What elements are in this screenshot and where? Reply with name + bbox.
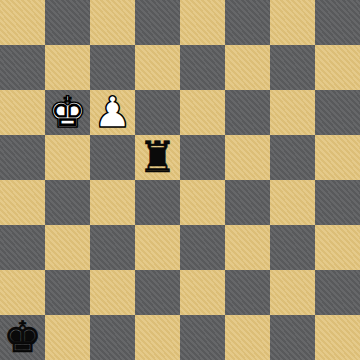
square-b2[interactable] (45, 270, 90, 315)
square-b1[interactable] (45, 315, 90, 360)
square-d7[interactable] (135, 45, 180, 90)
white-king[interactable]: ♚ (48, 90, 87, 135)
square-g7[interactable] (270, 45, 315, 90)
square-a4[interactable] (0, 180, 45, 225)
square-c5[interactable] (90, 135, 135, 180)
square-g3[interactable] (270, 225, 315, 270)
square-c8[interactable] (90, 0, 135, 45)
square-e6[interactable] (180, 90, 225, 135)
square-h5[interactable] (315, 135, 360, 180)
square-g1[interactable] (270, 315, 315, 360)
square-a2[interactable] (0, 270, 45, 315)
square-h8[interactable] (315, 0, 360, 45)
square-d6[interactable] (135, 90, 180, 135)
square-a3[interactable] (0, 225, 45, 270)
square-a8[interactable] (0, 0, 45, 45)
square-e5[interactable] (180, 135, 225, 180)
square-f1[interactable] (225, 315, 270, 360)
black-rook[interactable]: ♜ (138, 135, 177, 180)
black-king[interactable]: ♚ (3, 315, 42, 360)
square-b3[interactable] (45, 225, 90, 270)
square-b6[interactable]: ♚ (45, 90, 90, 135)
square-c1[interactable] (90, 315, 135, 360)
square-g5[interactable] (270, 135, 315, 180)
square-a7[interactable] (0, 45, 45, 90)
square-a5[interactable] (0, 135, 45, 180)
square-d8[interactable] (135, 0, 180, 45)
square-h4[interactable] (315, 180, 360, 225)
square-f5[interactable] (225, 135, 270, 180)
square-h1[interactable] (315, 315, 360, 360)
square-h7[interactable] (315, 45, 360, 90)
square-a1[interactable]: ♚ (0, 315, 45, 360)
square-d5[interactable]: ♜ (135, 135, 180, 180)
square-b5[interactable] (45, 135, 90, 180)
square-e1[interactable] (180, 315, 225, 360)
square-g2[interactable] (270, 270, 315, 315)
square-a6[interactable] (0, 90, 45, 135)
square-g8[interactable] (270, 0, 315, 45)
square-h3[interactable] (315, 225, 360, 270)
square-d2[interactable] (135, 270, 180, 315)
white-pawn[interactable]: ♟ (93, 90, 132, 135)
square-b7[interactable] (45, 45, 90, 90)
square-e3[interactable] (180, 225, 225, 270)
square-e7[interactable] (180, 45, 225, 90)
square-d1[interactable] (135, 315, 180, 360)
square-e8[interactable] (180, 0, 225, 45)
square-b8[interactable] (45, 0, 90, 45)
square-d3[interactable] (135, 225, 180, 270)
square-c6[interactable]: ♟ (90, 90, 135, 135)
square-e2[interactable] (180, 270, 225, 315)
square-d4[interactable] (135, 180, 180, 225)
square-g6[interactable] (270, 90, 315, 135)
square-f6[interactable] (225, 90, 270, 135)
square-c4[interactable] (90, 180, 135, 225)
square-f7[interactable] (225, 45, 270, 90)
square-h6[interactable] (315, 90, 360, 135)
square-g4[interactable] (270, 180, 315, 225)
square-c2[interactable] (90, 270, 135, 315)
chess-board: ♚♟♜♚ (0, 0, 360, 360)
square-f3[interactable] (225, 225, 270, 270)
square-b4[interactable] (45, 180, 90, 225)
square-f2[interactable] (225, 270, 270, 315)
square-c7[interactable] (90, 45, 135, 90)
square-e4[interactable] (180, 180, 225, 225)
square-f8[interactable] (225, 0, 270, 45)
square-c3[interactable] (90, 225, 135, 270)
square-h2[interactable] (315, 270, 360, 315)
square-f4[interactable] (225, 180, 270, 225)
